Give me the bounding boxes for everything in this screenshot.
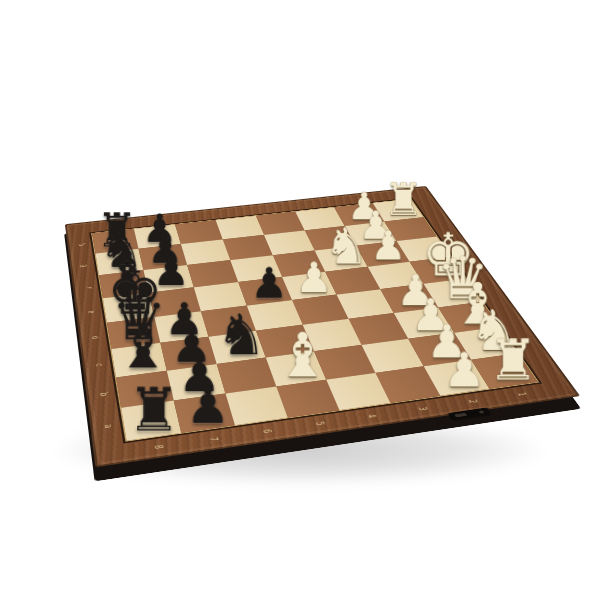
white-rook-a1[interactable]: ♜ <box>487 335 538 386</box>
black-pawn-e5[interactable]: ♟ <box>246 265 292 304</box>
white-pawn-a2[interactable]: ♟ <box>438 349 490 393</box>
scene: ♜♟♟♜♞♟♟♝♟♞♟♚♟♟♚♛♟♟♛♝♟♞♟♝♟♝♟♞♜♟♟♜ 8765432… <box>0 0 600 600</box>
power-connector-icon <box>478 410 484 413</box>
square-b5[interactable]: ♝ <box>266 351 327 386</box>
square-f6[interactable] <box>187 260 238 287</box>
white-pawn-f2[interactable]: ♟ <box>366 228 410 265</box>
square-c8[interactable]: ♝ <box>111 343 166 378</box>
black-bishop-c8[interactable]: ♝ <box>116 319 167 375</box>
chess-board: ♜♟♟♜♞♟♟♝♟♞♟♚♟♟♚♛♟♟♛♝♟♞♟♝♟♝♟♞♜♟♟♜ 8765432… <box>65 186 580 467</box>
black-pawn-a7[interactable]: ♟ <box>181 384 235 430</box>
square-a8[interactable]: ♜ <box>121 401 181 441</box>
white-bishop-b5[interactable]: ♝ <box>275 328 326 384</box>
product-photo-stage: ♜♟♟♜♞♟♟♝♟♞♟♚♟♟♚♛♟♟♛♝♟♞♟♝♟♝♟♞♜♟♟♜ 8765432… <box>0 0 600 600</box>
black-rook-a8[interactable]: ♜ <box>126 383 181 438</box>
usb-connector-icon <box>454 413 467 417</box>
white-pawn-e4[interactable]: ♟ <box>291 260 337 298</box>
square-a7[interactable]: ♟ <box>174 394 235 433</box>
